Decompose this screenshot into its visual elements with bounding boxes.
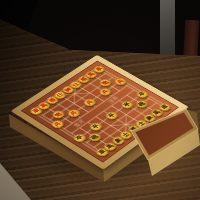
piece-character: 炮 — [99, 79, 110, 86]
piece-character: 兵 — [114, 78, 125, 85]
piece-red-r3c2[interactable]: 兵 — [65, 108, 81, 118]
piece-black-r6c8[interactable]: 卒 — [134, 89, 149, 99]
piece-black-r6c0[interactable]: 卒 — [71, 133, 87, 144]
piece-black-r6c2[interactable]: 卒 — [87, 122, 103, 132]
piece-black-r7c7[interactable]: 砲 — [134, 99, 149, 109]
piece-character: 兵 — [51, 121, 63, 129]
piece-character: 砲 — [89, 133, 101, 141]
piece-red-r3c6[interactable]: 兵 — [97, 87, 112, 97]
piece-character: 卒 — [105, 112, 117, 119]
piece-character: 卒 — [121, 101, 133, 108]
piece-character: 士 — [120, 131, 132, 139]
piece-character: 馬 — [85, 71, 96, 78]
piece-black-r6c6[interactable]: 卒 — [119, 100, 134, 110]
piece-red-r2c7[interactable]: 炮 — [98, 78, 113, 87]
piece-red-r3c4[interactable]: 兵 — [81, 98, 96, 108]
piece-red-r3c8[interactable]: 兵 — [112, 77, 127, 86]
piece-character: 兵 — [67, 110, 79, 117]
piece-black-r6c4[interactable]: 卒 — [103, 111, 119, 121]
piece-character: 車 — [93, 66, 104, 73]
piece-red-r3c0[interactable]: 兵 — [49, 119, 65, 129]
piece-character: 兵 — [99, 88, 110, 95]
piece-black-r7c1[interactable]: 砲 — [87, 132, 103, 143]
piece-character: 仕 — [70, 81, 81, 88]
piece-character: 卒 — [136, 91, 147, 98]
piece-character: 炮 — [52, 111, 64, 118]
piece-character: 馬 — [38, 102, 49, 109]
piece-character: 馬 — [151, 109, 163, 116]
piece-character: 馬 — [104, 142, 116, 150]
piece-character: 卒 — [73, 134, 85, 142]
piece-red-r2c1[interactable]: 炮 — [50, 109, 66, 119]
piece-character: 仕 — [54, 91, 65, 98]
photo-scene: 楚河 漢界 車馬相仕帥仕相馬車炮炮兵兵兵兵兵卒卒卒卒卒砲砲車馬象士將士象馬車 — [0, 0, 200, 200]
piece-character: 砲 — [136, 100, 148, 107]
piece-character: 兵 — [83, 99, 94, 106]
piece-character: 卒 — [89, 123, 101, 131]
